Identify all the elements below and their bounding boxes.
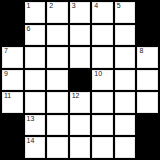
clue-number: 8 — [139, 47, 143, 55]
white-cell[interactable] — [47, 47, 68, 68]
black-cell — [2, 2, 23, 23]
black-cell — [137, 137, 158, 158]
white-cell[interactable] — [25, 92, 46, 113]
white-cell[interactable]: 2 — [47, 2, 68, 23]
white-cell[interactable] — [47, 25, 68, 46]
white-cell[interactable] — [92, 115, 113, 136]
black-cell — [137, 2, 158, 23]
white-cell[interactable]: 6 — [25, 25, 46, 46]
clue-number: 5 — [117, 2, 121, 10]
clue-number: 6 — [27, 25, 31, 33]
clue-number: 4 — [94, 2, 98, 10]
white-cell[interactable] — [115, 92, 136, 113]
white-cell[interactable] — [115, 115, 136, 136]
clue-number: 13 — [27, 115, 35, 123]
black-cell — [137, 115, 158, 136]
white-cell[interactable] — [70, 47, 91, 68]
clue-number: 12 — [72, 92, 80, 100]
white-cell[interactable] — [115, 47, 136, 68]
white-cell[interactable] — [47, 92, 68, 113]
white-cell[interactable] — [115, 25, 136, 46]
white-cell[interactable]: 4 — [92, 2, 113, 23]
clue-number: 14 — [27, 137, 35, 145]
black-cell — [70, 70, 91, 91]
white-cell[interactable] — [47, 70, 68, 91]
white-cell[interactable]: 3 — [70, 2, 91, 23]
black-cell — [137, 25, 158, 46]
white-cell[interactable]: 11 — [2, 92, 23, 113]
clue-number: 2 — [49, 2, 53, 10]
black-cell — [2, 137, 23, 158]
white-cell[interactable] — [115, 70, 136, 91]
crossword-grid: 1234567891011121314 — [2, 2, 158, 158]
white-cell[interactable]: 8 — [137, 47, 158, 68]
white-cell[interactable] — [47, 137, 68, 158]
white-cell[interactable]: 14 — [25, 137, 46, 158]
white-cell[interactable] — [70, 137, 91, 158]
white-cell[interactable]: 5 — [115, 2, 136, 23]
white-cell[interactable] — [92, 47, 113, 68]
white-cell[interactable]: 10 — [92, 70, 113, 91]
white-cell[interactable] — [70, 115, 91, 136]
white-cell[interactable] — [47, 115, 68, 136]
white-cell[interactable] — [137, 92, 158, 113]
clue-number: 11 — [4, 92, 11, 100]
white-cell[interactable]: 9 — [2, 70, 23, 91]
black-cell — [2, 25, 23, 46]
white-cell[interactable] — [70, 25, 91, 46]
clue-number: 10 — [94, 70, 102, 78]
white-cell[interactable]: 1 — [25, 2, 46, 23]
clue-number: 7 — [4, 47, 8, 55]
white-cell[interactable]: 7 — [2, 47, 23, 68]
white-cell[interactable] — [137, 70, 158, 91]
white-cell[interactable] — [92, 25, 113, 46]
crossword-board: 1234567891011121314 — [0, 0, 160, 160]
white-cell[interactable] — [92, 137, 113, 158]
white-cell[interactable]: 12 — [70, 92, 91, 113]
clue-number: 3 — [72, 2, 76, 10]
clue-number: 9 — [4, 70, 8, 78]
white-cell[interactable]: 13 — [25, 115, 46, 136]
black-cell — [2, 115, 23, 136]
white-cell[interactable] — [25, 70, 46, 91]
white-cell[interactable] — [115, 137, 136, 158]
white-cell[interactable] — [25, 47, 46, 68]
white-cell[interactable] — [92, 92, 113, 113]
clue-number: 1 — [27, 2, 31, 10]
